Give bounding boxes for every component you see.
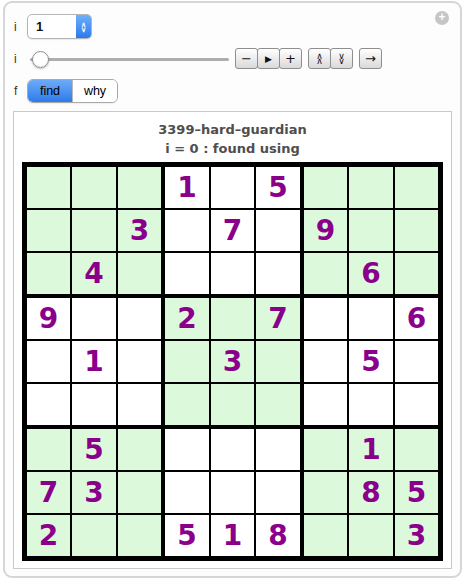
cell-r1c1 — [27, 167, 71, 208]
cell-r7c4 — [165, 429, 209, 470]
cell-r9c5: 1 — [211, 515, 255, 556]
double-chevron-down-icon: ∨ — [338, 59, 345, 64]
cell-r3c5 — [211, 253, 255, 294]
cell-r9c4: 5 — [165, 515, 209, 556]
cell-r4c8 — [349, 298, 393, 339]
play-icon: ▶ — [265, 54, 272, 64]
cell-r3c3 — [118, 253, 162, 294]
cell-r3c6 — [256, 253, 300, 294]
direction-button-group: → — [359, 48, 382, 69]
cell-r1c7 — [304, 167, 348, 208]
cell-r3c2: 4 — [72, 253, 116, 294]
cell-r1c3 — [118, 167, 162, 208]
cell-r8c8: 8 — [349, 472, 393, 513]
cell-r8c3 — [118, 472, 162, 513]
cell-r2c8 — [349, 210, 393, 251]
cell-r9c8 — [349, 515, 393, 556]
cell-r2c1 — [27, 210, 71, 251]
iteration-slider[interactable] — [30, 50, 229, 68]
cell-r8c5 — [211, 472, 255, 513]
cell-r1c4: 1 — [165, 167, 209, 208]
find-why-toggle: find why — [27, 79, 118, 103]
popup-stepper[interactable]: ∧ ∨ — [76, 15, 91, 38]
toggle-option-find[interactable]: find — [28, 80, 72, 102]
cell-r9c7 — [304, 515, 348, 556]
box-2-2: 273 — [165, 298, 300, 425]
box-3-1: 5732 — [27, 429, 162, 556]
cell-r5c7 — [304, 341, 348, 382]
cell-r2c2 — [72, 210, 116, 251]
cell-r6c1 — [27, 384, 71, 425]
cell-r9c2 — [72, 515, 116, 556]
cell-r3c1 — [27, 253, 71, 294]
cell-r8c7 — [304, 472, 348, 513]
cell-r4c1: 9 — [27, 298, 71, 339]
slider-variable-label: i — [14, 52, 23, 66]
box-2-1: 91 — [27, 298, 162, 425]
cell-r2c6 — [256, 210, 300, 251]
cell-r6c4 — [165, 384, 209, 425]
cell-r6c8 — [349, 384, 393, 425]
cell-r7c5 — [211, 429, 255, 470]
popup-variable-label: i — [14, 20, 23, 34]
manipulate-panel: + i 1 ∧ ∨ i − ▶ + ∧ ∧ — [3, 1, 462, 578]
cell-r4c6: 7 — [256, 298, 300, 339]
cell-r8c2: 3 — [72, 472, 116, 513]
cell-r8c1: 7 — [27, 472, 71, 513]
cell-r3c7 — [304, 253, 348, 294]
cell-r5c3 — [118, 341, 162, 382]
iteration-popup-menu[interactable]: 1 ∧ ∨ — [27, 14, 92, 39]
cell-r2c9 — [395, 210, 439, 251]
cell-r2c4 — [165, 210, 209, 251]
faster-button[interactable]: ∧ ∧ — [308, 48, 331, 69]
play-button[interactable]: ▶ — [257, 48, 280, 69]
cell-r8c6 — [256, 472, 300, 513]
box-2-3: 65 — [304, 298, 439, 425]
cell-r5c4 — [165, 341, 209, 382]
cell-r3c8: 6 — [349, 253, 393, 294]
box-1-3: 96 — [304, 167, 439, 294]
cell-r9c3 — [118, 515, 162, 556]
cell-r1c8 — [349, 167, 393, 208]
cell-r6c7 — [304, 384, 348, 425]
slider-row: i − ▶ + ∧ ∧ ∨ ∨ → — [5, 48, 460, 69]
step-back-button[interactable]: − — [235, 48, 258, 69]
cell-r7c3 — [118, 429, 162, 470]
manipulate-options-icon[interactable]: + — [435, 11, 449, 25]
cell-r6c5 — [211, 384, 255, 425]
cell-r7c6 — [256, 429, 300, 470]
slider-track[interactable] — [30, 58, 229, 61]
cell-r4c3 — [118, 298, 162, 339]
step-button-group: − ▶ + — [235, 48, 302, 69]
cell-r9c1: 2 — [27, 515, 71, 556]
output-frame: 3399–hard–guardian i = 0 : found using 3… — [13, 111, 452, 569]
cell-r6c3 — [118, 384, 162, 425]
puzzle-title: 3399–hard–guardian — [14, 121, 451, 138]
double-chevron-up-icon: ∧ — [316, 59, 323, 64]
popup-row: i 1 ∧ ∨ — [5, 14, 460, 39]
speed-button-group: ∧ ∧ ∨ ∨ — [308, 48, 353, 69]
popup-value: 1 — [28, 15, 76, 38]
cell-r4c7 — [304, 298, 348, 339]
toggle-option-why[interactable]: why — [72, 80, 117, 102]
cell-r2c7: 9 — [304, 210, 348, 251]
cell-r9c6: 8 — [256, 515, 300, 556]
cell-r1c9 — [395, 167, 439, 208]
cell-r2c5: 7 — [211, 210, 255, 251]
box-3-2: 518 — [165, 429, 300, 556]
step-forward-button[interactable]: + — [279, 48, 302, 69]
slower-button[interactable]: ∨ ∨ — [330, 48, 353, 69]
cell-r6c9 — [395, 384, 439, 425]
cell-r5c8: 5 — [349, 341, 393, 382]
cell-r7c1 — [27, 429, 71, 470]
cell-r7c2: 5 — [72, 429, 116, 470]
cell-r7c7 — [304, 429, 348, 470]
sudoku-board: 3415796912736557325181853 — [22, 162, 444, 561]
cell-r4c5 — [211, 298, 255, 339]
direction-button[interactable]: → — [359, 48, 382, 69]
cell-r5c5: 3 — [211, 341, 255, 382]
cell-r5c1 — [27, 341, 71, 382]
status-line: i = 0 : found using — [14, 140, 451, 157]
cell-r4c4: 2 — [165, 298, 209, 339]
cell-r8c4 — [165, 472, 209, 513]
cell-r5c9 — [395, 341, 439, 382]
cell-r6c6 — [256, 384, 300, 425]
slider-thumb[interactable] — [32, 51, 49, 68]
box-1-1: 34 — [27, 167, 162, 294]
toggle-variable-label: f — [14, 84, 23, 98]
cell-r9c9: 3 — [395, 515, 439, 556]
cell-r5c6 — [256, 341, 300, 382]
cell-r4c9: 6 — [395, 298, 439, 339]
cell-r7c9 — [395, 429, 439, 470]
cell-r6c2 — [72, 384, 116, 425]
cell-r2c3: 3 — [118, 210, 162, 251]
cell-r1c6: 5 — [256, 167, 300, 208]
chevron-down-icon: ∨ — [81, 27, 86, 32]
toggle-row: f find why — [5, 79, 460, 103]
cell-r1c2 — [72, 167, 116, 208]
cell-r3c9 — [395, 253, 439, 294]
cell-r4c2 — [72, 298, 116, 339]
cell-r3c4 — [165, 253, 209, 294]
box-1-2: 157 — [165, 167, 300, 294]
cell-r8c9: 5 — [395, 472, 439, 513]
cell-r7c8: 1 — [349, 429, 393, 470]
cell-r1c5 — [211, 167, 255, 208]
box-3-3: 1853 — [304, 429, 439, 556]
cell-r5c2: 1 — [72, 341, 116, 382]
